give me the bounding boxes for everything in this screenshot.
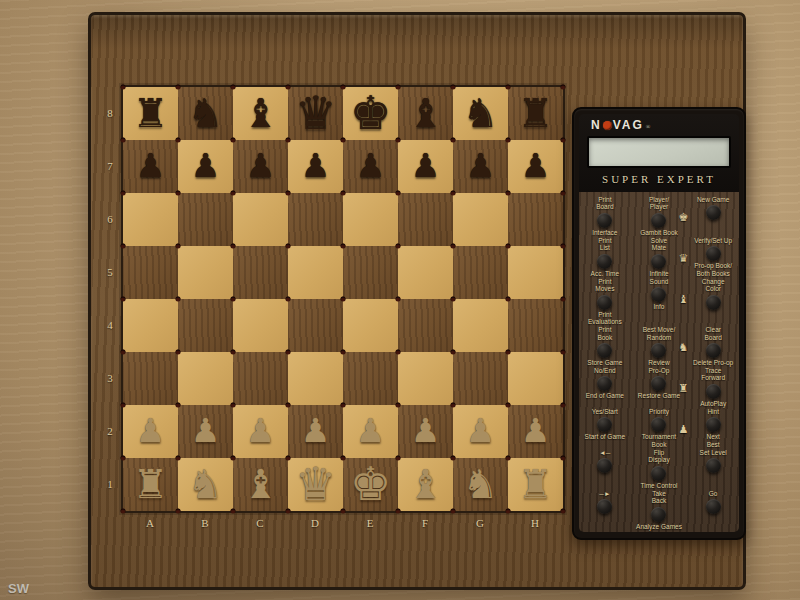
- led-hole: [561, 85, 566, 90]
- print-board-button[interactable]: [597, 213, 612, 228]
- print-list-button[interactable]: [597, 254, 612, 269]
- square-f8[interactable]: ♝: [398, 87, 453, 140]
- led-hole: [396, 350, 401, 355]
- panel-cell: PriorityTournament Book♟: [630, 408, 689, 448]
- led-hole: [286, 403, 291, 408]
- square-g2[interactable]: ♟: [453, 405, 508, 458]
- set-level-button[interactable]: [706, 458, 721, 473]
- rank-label-7: 7: [102, 160, 118, 172]
- led-hole: [561, 138, 566, 143]
- black-bishop-f8[interactable]: ♝: [408, 94, 444, 134]
- queen-symbol: ♛: [678, 253, 688, 264]
- button-bottom-label: Infinite: [649, 270, 668, 277]
- button-bottom-label: Pro-op Book/ Both Books: [694, 262, 732, 277]
- led-hole: [396, 403, 401, 408]
- led-hole: [176, 85, 181, 90]
- led-hole: [176, 509, 181, 514]
- led-hole: [231, 138, 236, 143]
- square-h5[interactable]: [508, 246, 563, 299]
- model-name: SUPER EXPERT: [585, 173, 733, 187]
- rank-label-8: 8: [102, 107, 118, 119]
- panel-cell: ◄─: [580, 449, 630, 474]
- panel-row-2: Print ListAcc. TimeSolve MateInfinite♛Ve…: [580, 237, 738, 277]
- led-hole: [341, 138, 346, 143]
- led-hole: [396, 297, 401, 302]
- led-hole: [506, 403, 511, 408]
- button-bottom-label: Acc. Time: [591, 270, 620, 277]
- square-g6[interactable]: [453, 193, 508, 246]
- verify-set-up-button[interactable]: [706, 246, 721, 261]
- square-a3[interactable]: [123, 352, 178, 405]
- white-pawn-d2[interactable]: ♟: [301, 415, 331, 448]
- white-queen-d1[interactable]: ♛: [295, 462, 336, 508]
- button-top-label: Player/ Player: [649, 196, 669, 211]
- square-c4[interactable]: [233, 299, 288, 352]
- panel-cell: Print BookStore Game: [580, 326, 630, 366]
- black-pawn-f7[interactable]: ♟: [411, 150, 441, 183]
- panel-cell: Print BoardInterface: [580, 196, 630, 236]
- led-hole: [451, 85, 456, 90]
- rank-label-6: 6: [102, 213, 118, 225]
- led-hole: [506, 244, 511, 249]
- button-top-label: Print Moves: [595, 278, 614, 293]
- button-top-label: No/End: [594, 367, 616, 374]
- black-pawn-g7[interactable]: ♟: [466, 150, 496, 183]
- black-pawn-h7[interactable]: ♟: [521, 150, 551, 183]
- led-hole: [176, 297, 181, 302]
- black-knight-b8[interactable]: ♞: [188, 94, 224, 134]
- white-knight-g1[interactable]: ♞: [463, 465, 499, 505]
- square-h6[interactable]: [508, 193, 563, 246]
- rank-label-1: 1: [102, 478, 118, 490]
- rank-label-4: 4: [102, 319, 118, 331]
- white-pawn-e2[interactable]: ♟: [356, 415, 386, 448]
- file-label-f: F: [398, 517, 453, 529]
- panel-header: N VAG ® SUPER EXPERT: [579, 114, 739, 192]
- led-hole: [286, 297, 291, 302]
- no-end-button[interactable]: [597, 376, 612, 391]
- arrow-button[interactable]: [597, 499, 612, 514]
- square-b7[interactable]: ♟: [178, 140, 233, 193]
- hint-button[interactable]: [706, 417, 721, 432]
- led-hole: [286, 85, 291, 90]
- pro-op-button[interactable]: [651, 376, 666, 391]
- panel-cell: Set Level: [688, 449, 738, 474]
- square-b6[interactable]: [178, 193, 233, 246]
- led-hole: [396, 191, 401, 196]
- square-a5[interactable]: [123, 246, 178, 299]
- logo-red-dot-icon: [603, 121, 612, 130]
- panel-cell: Pro-OpRestore Game♜: [630, 367, 689, 400]
- black-pawn-d7[interactable]: ♟: [301, 150, 331, 183]
- led-hole: [506, 85, 511, 90]
- square-a7[interactable]: ♟: [123, 140, 178, 193]
- led-hole: [561, 244, 566, 249]
- button-bottom-label: AutoPlay: [700, 400, 726, 407]
- led-hole: [176, 456, 181, 461]
- panel-cell: HintNext Best: [688, 408, 738, 448]
- square-a2[interactable]: ♟: [123, 405, 178, 458]
- square-d7[interactable]: ♟: [288, 140, 343, 193]
- square-d8[interactable]: ♛: [288, 87, 343, 140]
- led-hole: [561, 191, 566, 196]
- chess-board: ♜♞♝♛♚♝♞♜♟♟♟♟♟♟♟♟♟♟♟♟♟♟♟♟♜♞♝♛♚♝♞♜ 8765432…: [88, 12, 746, 590]
- led-hole: [396, 509, 401, 514]
- button-bottom-label: Store Game: [587, 359, 622, 366]
- led-hole: [231, 350, 236, 355]
- led-hole: [286, 244, 291, 249]
- white-pawn-c2[interactable]: ♟: [246, 415, 276, 448]
- led-hole: [396, 244, 401, 249]
- panel-row-7: ◄─Flip DisplayTime ControlSet Level: [580, 449, 738, 489]
- led-hole: [341, 85, 346, 90]
- square-f4[interactable]: [398, 299, 453, 352]
- file-label-h: H: [508, 517, 563, 529]
- button-top-label: Print Book: [597, 326, 612, 341]
- square-e7[interactable]: ♟: [343, 140, 398, 193]
- button-top-label: Clear Board: [704, 326, 721, 341]
- led-hole: [506, 456, 511, 461]
- square-f7[interactable]: ♟: [398, 140, 453, 193]
- lcd-display: [587, 136, 731, 168]
- square-d6[interactable]: [288, 193, 343, 246]
- led-hole: [341, 403, 346, 408]
- black-queen-d8[interactable]: ♛: [295, 91, 336, 137]
- panel-cell: Player/ PlayerGambit Book♚: [630, 196, 689, 236]
- led-hole: [231, 297, 236, 302]
- led-hole: [451, 509, 456, 514]
- button-top-label: Priority: [649, 408, 669, 415]
- button-top-label: Change Color: [702, 278, 725, 293]
- best-move-random-button[interactable]: [651, 343, 666, 358]
- sound-button[interactable]: [651, 287, 666, 302]
- square-c7[interactable]: ♟: [233, 140, 288, 193]
- button-bottom-label: Delete Pro-op: [693, 359, 733, 366]
- square-e5[interactable]: [343, 246, 398, 299]
- white-king-e1[interactable]: ♚: [350, 462, 391, 508]
- led-hole: [121, 456, 126, 461]
- trace-forward-button[interactable]: [706, 384, 721, 399]
- button-top-label: Pro-Op: [649, 367, 670, 374]
- square-h2[interactable]: ♟: [508, 405, 563, 458]
- panel-cell: Print ListAcc. Time: [580, 237, 630, 277]
- led-hole: [341, 350, 346, 355]
- white-pawn-g2[interactable]: ♟: [466, 415, 496, 448]
- button-top-label: Verify/Set Up: [694, 237, 732, 244]
- bishop-symbol: ♝: [678, 294, 688, 305]
- square-d2[interactable]: ♟: [288, 405, 343, 458]
- square-g5[interactable]: [453, 246, 508, 299]
- led-hole: [176, 403, 181, 408]
- square-h4[interactable]: [508, 299, 563, 352]
- go-button[interactable]: [706, 499, 721, 514]
- panel-cell: New Game: [688, 196, 738, 221]
- led-hole: [451, 244, 456, 249]
- clear-board-button[interactable]: [706, 343, 721, 358]
- button-top-label: New Game: [697, 196, 730, 203]
- led-hole: [176, 138, 181, 143]
- button-bottom-label: Interface: [592, 229, 617, 236]
- black-pawn-a7[interactable]: ♟: [136, 150, 166, 183]
- panel-row-1: Print BoardInterfacePlayer/ PlayerGambit…: [580, 196, 738, 236]
- change-color-button[interactable]: [706, 295, 721, 310]
- square-c8[interactable]: ♝: [233, 87, 288, 140]
- black-pawn-c7[interactable]: ♟: [246, 150, 276, 183]
- square-c3[interactable]: [233, 352, 288, 405]
- white-bishop-c1[interactable]: ♝: [243, 465, 279, 505]
- led-hole: [121, 350, 126, 355]
- led-hole: [561, 297, 566, 302]
- led-hole: [231, 509, 236, 514]
- led-hole: [286, 191, 291, 196]
- led-hole: [176, 244, 181, 249]
- button-bottom-label: Info: [654, 303, 665, 310]
- square-f2[interactable]: ♟: [398, 405, 453, 458]
- button-bottom-label: Print Evaluations: [588, 311, 622, 326]
- black-knight-g8[interactable]: ♞: [463, 94, 499, 134]
- led-hole: [231, 191, 236, 196]
- novag-logo: N VAG ®: [585, 118, 733, 133]
- led-hole: [506, 350, 511, 355]
- square-b5[interactable]: [178, 246, 233, 299]
- square-e4[interactable]: [343, 299, 398, 352]
- square-e3[interactable]: [343, 352, 398, 405]
- square-b8[interactable]: ♞: [178, 87, 233, 140]
- solve-mate-button[interactable]: [651, 254, 666, 269]
- square-h1[interactable]: ♜: [508, 458, 563, 511]
- print-book-button[interactable]: [597, 343, 612, 358]
- button-top-label: Go: [709, 490, 718, 497]
- led-hole: [231, 85, 236, 90]
- led-hole: [451, 191, 456, 196]
- panel-row-8: ─►Take BackAnalyze GamesGo: [580, 490, 738, 530]
- panel-cell: Take BackAnalyze Games: [630, 490, 689, 530]
- registered-mark: ®: [646, 124, 651, 130]
- square-a1[interactable]: ♜: [123, 458, 178, 511]
- square-d3[interactable]: [288, 352, 343, 405]
- led-hole: [176, 191, 181, 196]
- led-hole: [231, 244, 236, 249]
- panel-row-3: Print MovesPrint EvaluationsSoundInfo♝Ch…: [580, 278, 738, 326]
- white-pawn-a2[interactable]: ♟: [136, 415, 166, 448]
- panel-cell: Yes/StartStart of Game: [580, 408, 630, 441]
- button-top-label: Sound: [650, 278, 669, 285]
- file-label-c: C: [233, 517, 288, 529]
- button-bottom-label: End of Game: [586, 392, 624, 399]
- led-hole: [121, 244, 126, 249]
- square-c5[interactable]: [233, 246, 288, 299]
- arrow-button[interactable]: [597, 458, 612, 473]
- square-h3[interactable]: [508, 352, 563, 405]
- button-top-label: Take Back: [652, 490, 666, 505]
- square-d5[interactable]: [288, 246, 343, 299]
- rank-label-5: 5: [102, 266, 118, 278]
- logo-prefix: N: [591, 118, 602, 132]
- panel-cell: Clear BoardDelete Pro-op: [688, 326, 738, 366]
- led-hole: [561, 350, 566, 355]
- panel-row-4: Print BookStore GameBest Move/ RandomRev…: [580, 326, 738, 366]
- led-hole: [451, 403, 456, 408]
- button-top-label: Solve Mate: [651, 237, 667, 252]
- button-panel: Print BoardInterfacePlayer/ PlayerGambit…: [579, 192, 739, 532]
- player-player-button[interactable]: [651, 213, 666, 228]
- button-bottom-label: Start of Game: [585, 433, 625, 440]
- button-top-label: ─►: [599, 490, 610, 497]
- white-knight-b1[interactable]: ♞: [188, 465, 224, 505]
- rank-label-3: 3: [102, 372, 118, 384]
- square-d1[interactable]: ♛: [288, 458, 343, 511]
- flip-display-button[interactable]: [651, 466, 666, 481]
- led-hole: [451, 138, 456, 143]
- led-hole: [561, 456, 566, 461]
- white-pawn-f2[interactable]: ♟: [411, 415, 441, 448]
- yes-start-button[interactable]: [597, 417, 612, 432]
- square-e8[interactable]: ♚: [343, 87, 398, 140]
- button-bottom-label: Time Control: [641, 482, 678, 489]
- panel-row-5: No/EndEnd of GamePro-OpRestore Game♜Trac…: [580, 367, 738, 407]
- button-top-label: Hint: [707, 408, 719, 415]
- led-hole: [286, 456, 291, 461]
- rank-label-2: 2: [102, 425, 118, 437]
- photo-scene: ♜♞♝♛♚♝♞♜♟♟♟♟♟♟♟♟♟♟♟♟♟♟♟♟♜♞♝♛♚♝♞♜ 8765432…: [0, 0, 800, 600]
- square-a8[interactable]: ♜: [123, 87, 178, 140]
- button-top-label: Trace Forward: [701, 367, 725, 382]
- white-bishop-f1[interactable]: ♝: [408, 465, 444, 505]
- led-hole: [561, 509, 566, 514]
- led-hole: [451, 456, 456, 461]
- button-bottom-label: Analyze Games: [636, 523, 682, 530]
- button-top-label: Print Board: [596, 196, 613, 211]
- watermark: SW: [8, 581, 29, 596]
- led-hole: [451, 350, 456, 355]
- panel-cell: Best Move/ RandomReview♞: [630, 326, 689, 366]
- square-b3[interactable]: [178, 352, 233, 405]
- black-king-e8[interactable]: ♚: [350, 91, 391, 137]
- button-top-label: Print List: [598, 237, 611, 252]
- panel-cell: No/EndEnd of Game: [580, 367, 630, 400]
- panel-cell: Trace ForwardAutoPlay: [688, 367, 738, 407]
- led-hole: [396, 456, 401, 461]
- square-e1[interactable]: ♚: [343, 458, 398, 511]
- panel-cell: Change Color: [688, 278, 738, 311]
- led-hole: [561, 403, 566, 408]
- led-hole: [341, 509, 346, 514]
- white-pawn-h2[interactable]: ♟: [521, 415, 551, 448]
- panel-cell: SoundInfo♝: [630, 278, 689, 311]
- square-c6[interactable]: [233, 193, 288, 246]
- panel-cell: Go: [688, 490, 738, 515]
- white-rook-h1[interactable]: ♜: [518, 465, 554, 505]
- square-h8[interactable]: ♜: [508, 87, 563, 140]
- console-panel: N VAG ® SUPER EXPERT Print BoardInterfac…: [572, 107, 746, 540]
- square-f5[interactable]: [398, 246, 453, 299]
- knight-symbol: ♞: [678, 342, 688, 353]
- panel-cell: ─►: [580, 490, 630, 515]
- panel-cell: Print MovesPrint Evaluations: [580, 278, 630, 326]
- led-hole: [121, 191, 126, 196]
- led-hole: [341, 456, 346, 461]
- file-label-b: B: [178, 517, 233, 529]
- button-bottom-label: Next Best: [706, 433, 719, 448]
- square-c1[interactable]: ♝: [233, 458, 288, 511]
- print-moves-button[interactable]: [597, 295, 612, 310]
- square-h7[interactable]: ♟: [508, 140, 563, 193]
- square-g1[interactable]: ♞: [453, 458, 508, 511]
- priority-button[interactable]: [651, 417, 666, 432]
- white-pawn-b2[interactable]: ♟: [191, 415, 221, 448]
- square-f1[interactable]: ♝: [398, 458, 453, 511]
- square-e6[interactable]: [343, 193, 398, 246]
- button-bottom-label: Restore Game: [638, 392, 680, 399]
- led-hole: [286, 509, 291, 514]
- file-label-d: D: [288, 517, 343, 529]
- take-back-button[interactable]: [651, 507, 666, 522]
- square-a6[interactable]: [123, 193, 178, 246]
- square-a4[interactable]: [123, 299, 178, 352]
- led-hole: [176, 350, 181, 355]
- led-hole: [396, 138, 401, 143]
- button-bottom-label: Tournament Book: [642, 433, 676, 448]
- square-f6[interactable]: [398, 193, 453, 246]
- led-hole: [451, 297, 456, 302]
- square-d4[interactable]: [288, 299, 343, 352]
- button-top-label: Flip Display: [648, 449, 669, 464]
- button-bottom-label: Review: [648, 359, 669, 366]
- led-hole: [506, 191, 511, 196]
- file-label-a: A: [123, 517, 178, 529]
- square-b4[interactable]: [178, 299, 233, 352]
- black-pawn-e7[interactable]: ♟: [356, 150, 386, 183]
- led-hole: [506, 138, 511, 143]
- new-game-button[interactable]: [706, 205, 721, 220]
- led-hole: [121, 297, 126, 302]
- square-g7[interactable]: ♟: [453, 140, 508, 193]
- panel-cell: Flip DisplayTime Control: [630, 449, 689, 489]
- button-top-label: Set Level: [700, 449, 727, 456]
- led-hole: [231, 456, 236, 461]
- square-g4[interactable]: [453, 299, 508, 352]
- black-pawn-b7[interactable]: ♟: [191, 150, 221, 183]
- rook-symbol: ♜: [678, 383, 688, 394]
- black-rook-a8[interactable]: ♜: [133, 94, 169, 134]
- white-rook-a1[interactable]: ♜: [133, 465, 169, 505]
- led-hole: [121, 403, 126, 408]
- led-hole: [341, 244, 346, 249]
- square-g3[interactable]: [453, 352, 508, 405]
- black-rook-h8[interactable]: ♜: [518, 94, 554, 134]
- square-f3[interactable]: [398, 352, 453, 405]
- square-e2[interactable]: ♟: [343, 405, 398, 458]
- logo-suffix: VAG: [613, 118, 644, 132]
- square-b2[interactable]: ♟: [178, 405, 233, 458]
- button-top-label: ◄─: [599, 449, 610, 456]
- square-g8[interactable]: ♞: [453, 87, 508, 140]
- king-symbol: ♚: [678, 212, 688, 223]
- led-hole: [396, 85, 401, 90]
- led-hole: [121, 85, 126, 90]
- square-b1[interactable]: ♞: [178, 458, 233, 511]
- pawn-symbol: ♟: [678, 424, 688, 435]
- black-bishop-c8[interactable]: ♝: [243, 94, 279, 134]
- panel-cell: Solve MateInfinite♛: [630, 237, 689, 277]
- led-hole: [121, 509, 126, 514]
- square-c2[interactable]: ♟: [233, 405, 288, 458]
- led-hole: [286, 138, 291, 143]
- file-label-g: G: [453, 517, 508, 529]
- led-hole: [506, 509, 511, 514]
- button-top-label: Best Move/ Random: [643, 326, 676, 341]
- file-label-e: E: [343, 517, 398, 529]
